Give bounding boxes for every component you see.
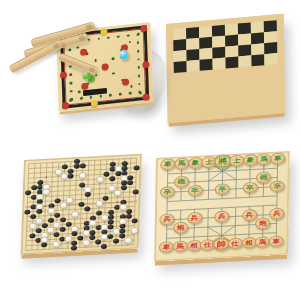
go-stone-white bbox=[130, 227, 138, 233]
go-stone-black bbox=[55, 198, 61, 203]
chess-square bbox=[187, 60, 200, 72]
go-stone-white bbox=[71, 211, 79, 217]
go-stone-black bbox=[113, 239, 119, 244]
go-stone-black bbox=[95, 239, 101, 244]
go-stone-black bbox=[60, 217, 66, 222]
go-stone-black bbox=[109, 176, 115, 181]
go-stone-black bbox=[103, 196, 109, 201]
go-stone-black bbox=[62, 164, 68, 169]
go-stone-black bbox=[89, 235, 95, 240]
photo-chess-set bbox=[150, 0, 300, 150]
go-stone-black bbox=[42, 223, 48, 228]
chess-square bbox=[225, 56, 238, 68]
track-dot bbox=[70, 90, 73, 93]
chess-square bbox=[174, 61, 187, 73]
track-dot bbox=[129, 41, 132, 44]
go-stone-black bbox=[71, 246, 77, 251]
go-stone-black bbox=[119, 233, 125, 238]
go-stone-black bbox=[41, 242, 47, 247]
track-dot bbox=[138, 91, 141, 94]
go-stone-black bbox=[80, 163, 86, 168]
go-stone-black bbox=[60, 227, 66, 232]
peg-on-board bbox=[120, 49, 128, 59]
go-stone-black bbox=[36, 209, 42, 214]
go-stone-black bbox=[71, 231, 77, 236]
xiangqi-pieces-group: 車馬象士將士象馬車砲砲卒卒卒卒卒兵兵兵兵兵炮炮車馬相仕帥仕相馬車 bbox=[158, 153, 288, 160]
track-dot bbox=[70, 98, 73, 101]
go-stone-black bbox=[79, 183, 85, 188]
photo-xiangqi-set: 車馬象士將士象馬車砲砲卒卒卒卒卒兵兵兵兵兵炮炮車馬相仕帥仕相馬車 bbox=[150, 150, 300, 300]
go-stone-black bbox=[25, 190, 31, 195]
go-stone-black bbox=[107, 234, 113, 239]
track-dot bbox=[137, 41, 140, 44]
go-stone-black bbox=[54, 213, 60, 218]
go-stone-black bbox=[101, 244, 107, 249]
go-stone-black bbox=[78, 202, 84, 207]
track-dot bbox=[119, 93, 122, 96]
go-stone-black bbox=[133, 165, 139, 170]
photo-pachisi-game bbox=[0, 0, 150, 150]
track-dot bbox=[94, 59, 97, 62]
go-stone-black bbox=[133, 189, 139, 194]
go-stone-white bbox=[78, 172, 86, 178]
track-dot bbox=[130, 85, 133, 88]
track-dot bbox=[137, 66, 140, 69]
go-stone-white bbox=[82, 239, 90, 245]
chess-square bbox=[213, 58, 226, 70]
go-stone-black bbox=[29, 233, 35, 238]
go-stone-white bbox=[52, 241, 60, 247]
photo-go-set bbox=[0, 150, 150, 300]
go-stone-black bbox=[121, 185, 127, 190]
go-stone-black bbox=[24, 210, 30, 215]
track-dot bbox=[112, 57, 115, 60]
track-dot bbox=[69, 73, 72, 76]
track-dot bbox=[107, 36, 110, 39]
go-stone-black bbox=[31, 185, 37, 190]
chess-square bbox=[264, 53, 277, 65]
go-stone-black bbox=[126, 214, 132, 219]
go-stone-black bbox=[53, 232, 59, 237]
go-stone-black bbox=[127, 180, 133, 185]
track-dot bbox=[109, 94, 112, 97]
chess-grid bbox=[173, 20, 278, 117]
go-stone-black bbox=[77, 236, 83, 241]
track-dot bbox=[112, 72, 115, 75]
go-stone-black bbox=[36, 228, 42, 233]
go-stone-white bbox=[59, 202, 67, 208]
track-dot bbox=[129, 92, 132, 95]
track-dot bbox=[80, 97, 83, 100]
track-dot bbox=[127, 34, 130, 37]
track-dot bbox=[137, 58, 140, 61]
track-dot bbox=[137, 50, 140, 53]
product-collage: 車馬象士將士象馬車砲砲卒卒卒卒卒兵兵兵兵兵炮炮車馬相仕帥仕相馬車 bbox=[0, 0, 300, 300]
go-stone-black bbox=[67, 174, 73, 179]
go-stone-white bbox=[114, 190, 122, 196]
track-dot bbox=[99, 95, 102, 98]
track-dot bbox=[138, 74, 141, 77]
go-stone-black bbox=[103, 172, 109, 177]
go-stone-black bbox=[132, 218, 138, 223]
track-dot bbox=[69, 49, 72, 52]
track-dot bbox=[78, 91, 81, 94]
track-dot bbox=[90, 96, 93, 99]
go-stone-black bbox=[66, 222, 72, 227]
go-stone-white bbox=[96, 176, 104, 182]
go-stone-black bbox=[85, 192, 91, 197]
track-dot bbox=[138, 83, 141, 86]
chess-square bbox=[200, 59, 213, 71]
track-dot bbox=[136, 33, 139, 36]
track-dot bbox=[69, 65, 72, 68]
go-board bbox=[21, 154, 142, 255]
chess-square bbox=[251, 54, 264, 66]
track-dot bbox=[117, 35, 120, 38]
go-stone-black bbox=[84, 206, 90, 211]
go-stone-black bbox=[74, 164, 80, 169]
track-dot bbox=[76, 46, 79, 49]
track-dot bbox=[70, 82, 73, 85]
chess-square bbox=[238, 55, 251, 67]
go-stone-white bbox=[124, 237, 132, 243]
track-dot bbox=[97, 37, 100, 40]
xiangqi-board: 車馬象士將士象馬車砲砲卒卒卒卒卒兵兵兵兵兵炮炮車馬相仕帥仕相馬車 bbox=[154, 151, 290, 262]
go-stone-white bbox=[95, 200, 103, 206]
chess-board bbox=[166, 14, 285, 124]
